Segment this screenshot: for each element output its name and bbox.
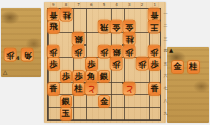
piece-94[interactable]: 歩	[48, 46, 59, 58]
rank-label-8: 八	[162, 99, 170, 103]
piece-92[interactable]: 飛	[48, 21, 59, 33]
piece-15[interactable]: 歩	[149, 58, 160, 70]
piece-56[interactable]: 銀	[99, 71, 110, 83]
rank-label-6: 六	[162, 74, 170, 78]
sente-hand-桂[interactable]: 桂	[188, 61, 199, 73]
piece-97[interactable]: 香	[48, 83, 59, 95]
piece-11[interactable]: 香	[149, 9, 160, 21]
file-label-6: 6	[87, 3, 95, 7]
gote-komadai: △	[1, 8, 41, 77]
sente-turn-marker: ▲	[169, 48, 173, 54]
piece-34[interactable]: 歩	[124, 46, 135, 58]
rank-label-7: 七	[162, 87, 170, 91]
gote-turn-marker: △	[3, 70, 7, 76]
piece-45[interactable]: 歩	[111, 58, 122, 70]
piece-73[interactable]: 銀	[73, 33, 84, 45]
piece-77[interactable]: 桂	[73, 83, 84, 95]
gote-hand-count: 4	[16, 56, 19, 61]
piece-74[interactable]: 歩	[73, 46, 84, 58]
file-label-2: 2	[138, 3, 146, 7]
rank-label-4: 四	[162, 49, 170, 53]
rank-label-5: 五	[162, 62, 170, 66]
piece-52[interactable]: 飛	[99, 21, 110, 33]
piece-32[interactable]: 金	[124, 21, 135, 33]
gote-hand-角[interactable]: 角	[22, 49, 33, 61]
gote-hand-歩[interactable]: 歩	[5, 49, 16, 61]
piece-54[interactable]: 歩	[99, 46, 110, 58]
piece-58[interactable]: 金	[99, 96, 110, 108]
piece-89[interactable]: 玉	[61, 108, 72, 120]
piece-33[interactable]: 桂	[124, 33, 135, 45]
file-label-5: 5	[100, 3, 108, 7]
file-label-8: 8	[62, 3, 70, 7]
piece-95[interactable]: 歩	[48, 58, 59, 70]
file-label-4: 4	[113, 3, 121, 7]
sente-hand-金[interactable]: 金	[172, 61, 183, 73]
piece-42[interactable]: 金	[111, 21, 122, 33]
rank-label-9: 九	[162, 112, 170, 116]
rank-label-1: 一	[162, 12, 170, 16]
rank-label-2: 二	[162, 24, 170, 28]
piece-91[interactable]: 香	[48, 9, 59, 21]
piece-81[interactable]: 桂	[61, 9, 72, 21]
piece-66[interactable]: 角	[86, 71, 97, 83]
piece-17[interactable]: 香	[149, 83, 160, 95]
file-label-3: 3	[125, 3, 133, 7]
sente-komadai: ▲	[167, 47, 209, 123]
piece-86[interactable]: 歩	[61, 71, 72, 83]
piece-25[interactable]: 歩	[137, 58, 148, 70]
piece-67[interactable]: と	[86, 83, 97, 95]
piece-88[interactable]: 銀	[61, 96, 72, 108]
piece-76[interactable]: 歩	[73, 71, 84, 83]
rank-label-3: 三	[162, 37, 170, 41]
piece-65[interactable]: 歩	[86, 58, 97, 70]
file-label-7: 7	[75, 3, 83, 7]
file-label-1: 1	[151, 3, 159, 7]
file-label-9: 9	[49, 3, 57, 7]
piece-44[interactable]: 銀	[111, 46, 122, 58]
piece-14[interactable]: 歩	[149, 46, 160, 58]
piece-12[interactable]: 王	[149, 21, 160, 33]
piece-37[interactable]: と	[124, 83, 135, 95]
